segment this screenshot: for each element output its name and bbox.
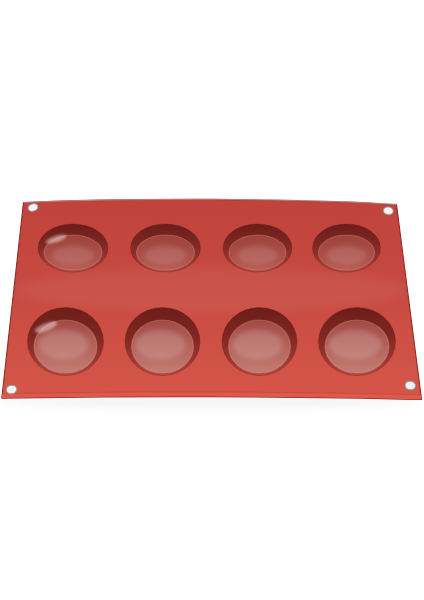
cavity-floor-sheen	[145, 246, 187, 264]
cavity-floor-sheen	[52, 246, 94, 264]
cavity-row1-col2	[131, 224, 201, 272]
cavity-row2-col2	[125, 308, 200, 376]
cavity-floor-sheen	[136, 330, 186, 360]
cavity-floor-sheen	[329, 330, 381, 360]
cavity-floor-sheen	[238, 246, 278, 264]
product-photo	[0, 0, 424, 600]
cavity-row1-col1	[38, 224, 108, 272]
cavity-floor-sheen	[39, 330, 89, 360]
cavity-row2-col4	[319, 308, 396, 376]
cavity-row2-col3	[222, 308, 297, 376]
cavity-row2-col1	[28, 308, 104, 376]
cavity-floor-sheen	[233, 330, 283, 360]
cavity-floor-sheen	[327, 246, 367, 264]
cavity-row1-col4	[313, 224, 381, 272]
cavity-row1-col3	[223, 224, 292, 272]
mold-surface-sheen	[17, 268, 407, 312]
silicone-mold-illustration	[0, 0, 424, 600]
